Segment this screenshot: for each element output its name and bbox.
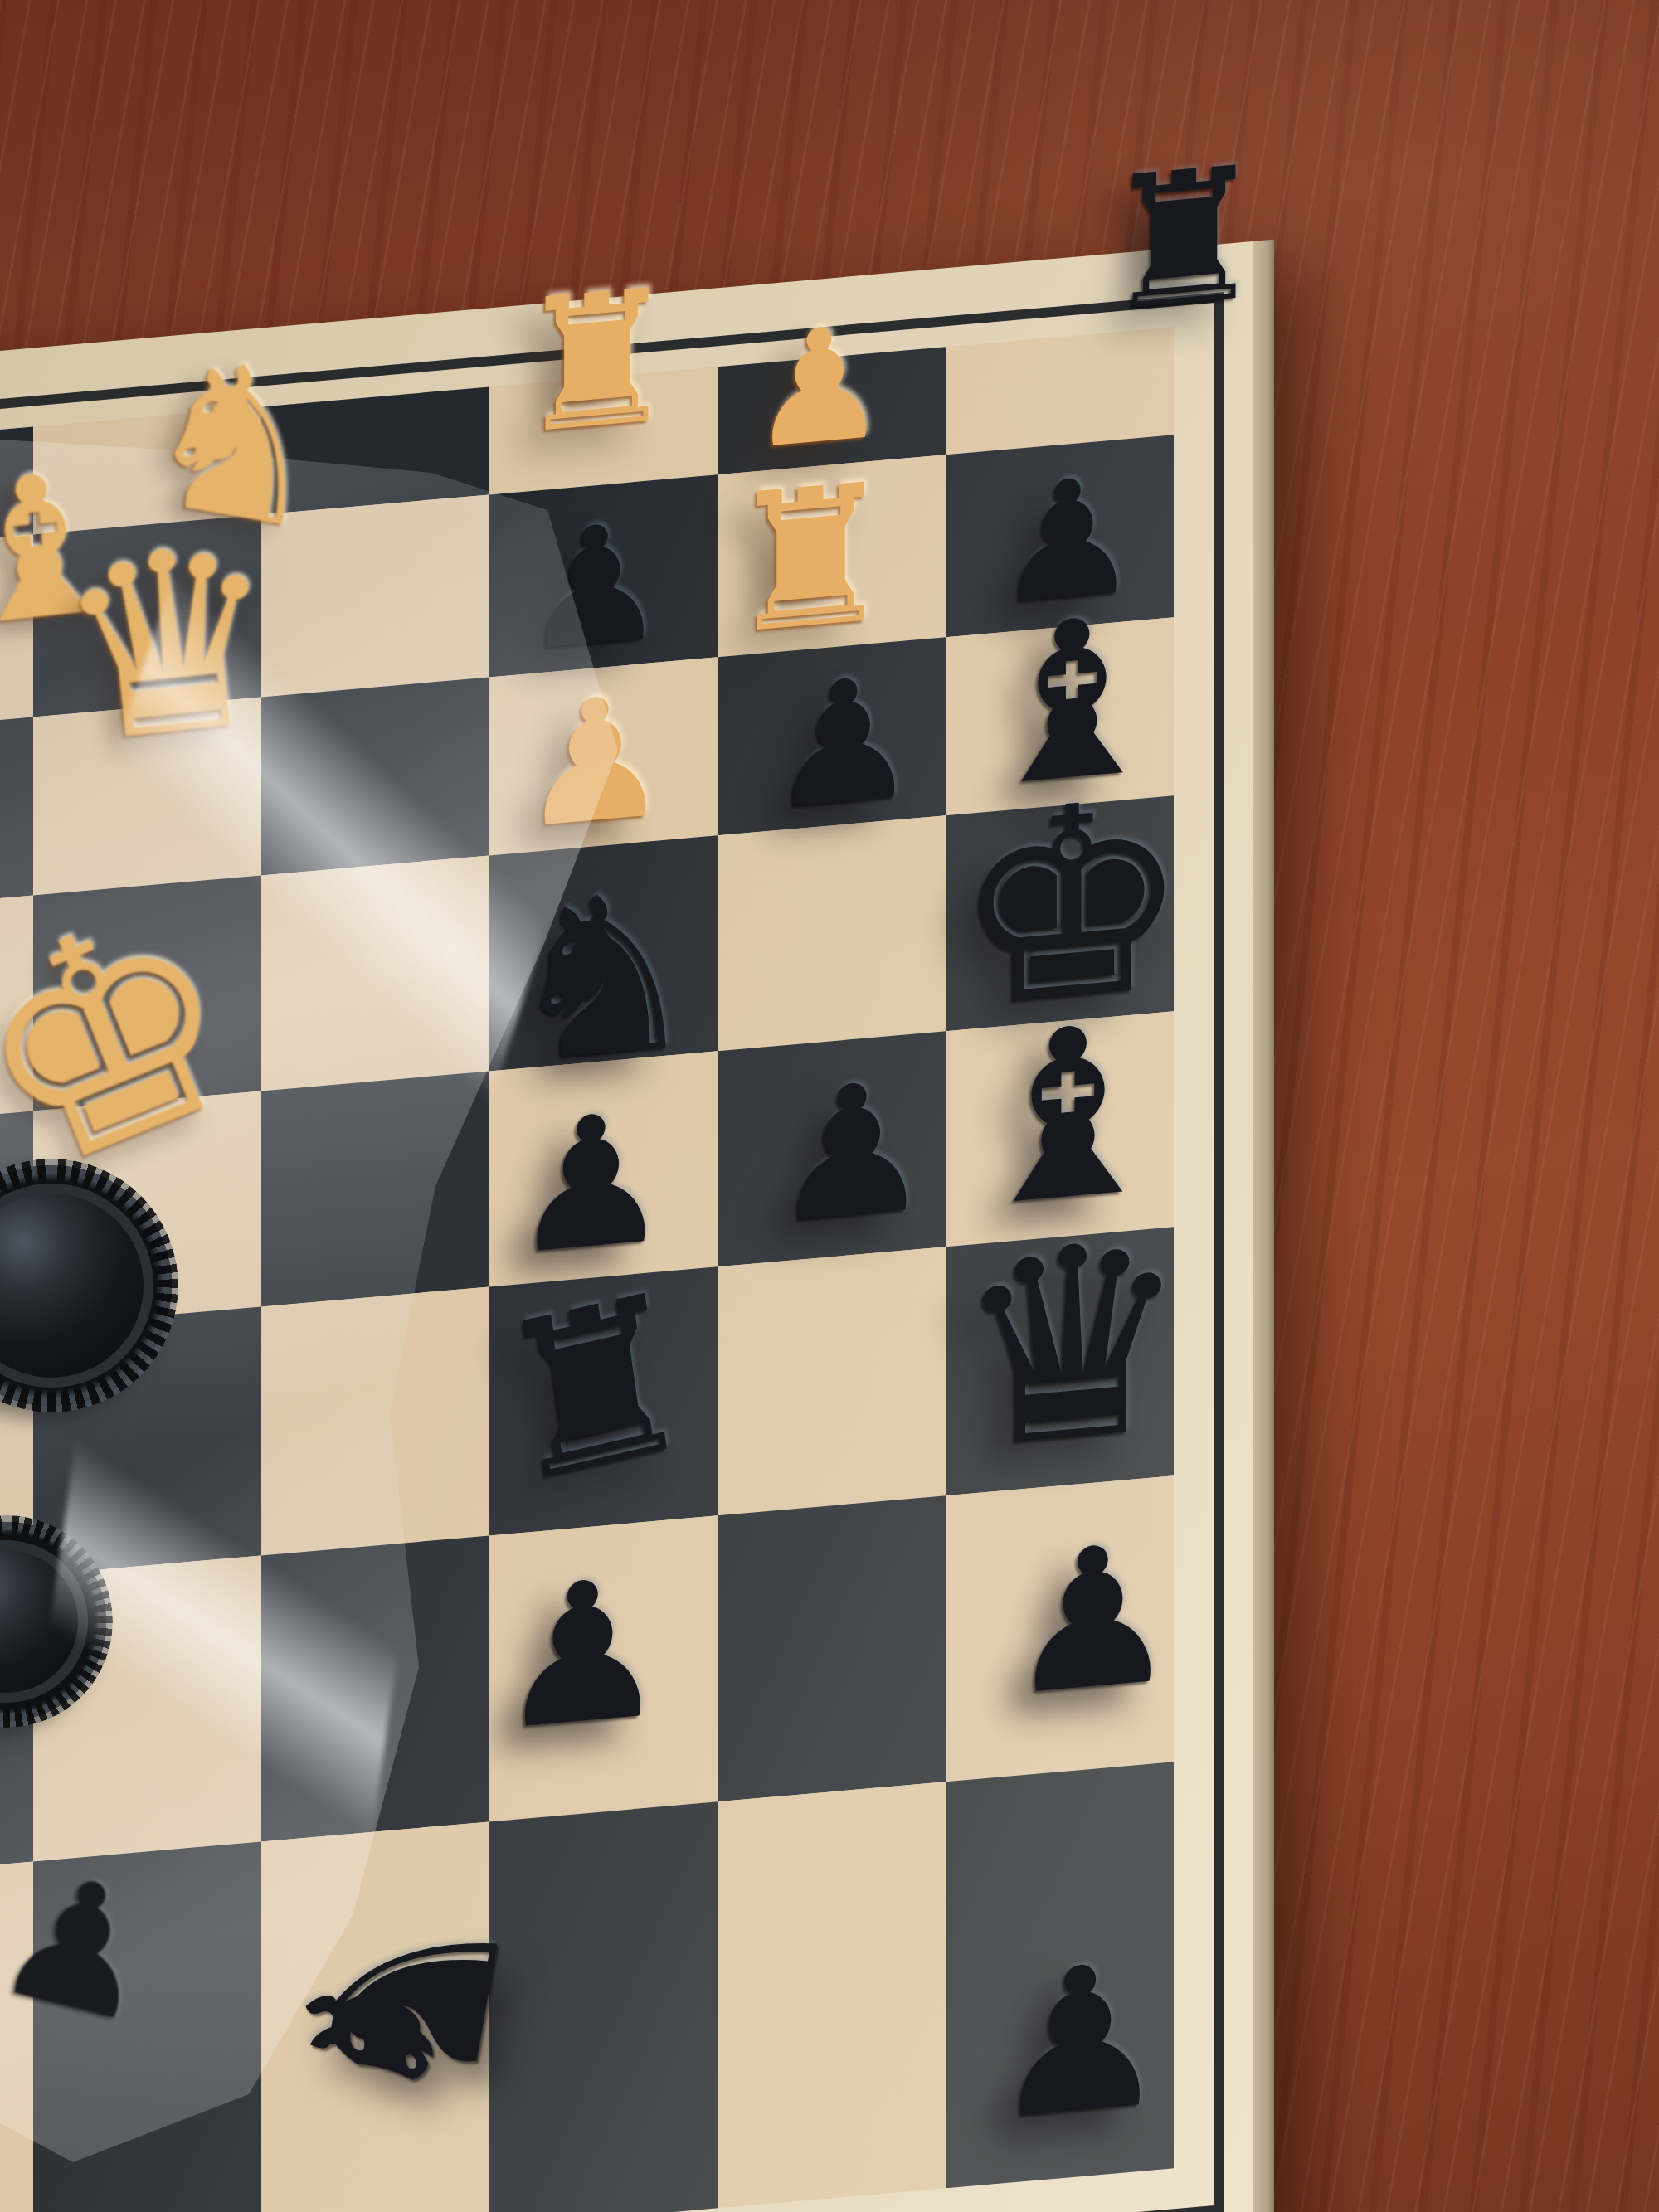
photo-stage: ♜♟♜♟♜♟♝♚♝♛♟♟♟♟♞♟♟♜♟♞ ♞♝♛♚♟ — [0, 0, 1659, 2212]
black-queen[interactable]: ♛ — [954, 1203, 1190, 1488]
black-pawn[interactable]: ♟ — [991, 1934, 1169, 2148]
black-rook[interactable]: ♜ — [1102, 141, 1266, 338]
black-pawn[interactable]: ♟ — [1007, 1516, 1180, 1723]
black-rook[interactable]: ♜ — [483, 1260, 707, 1517]
black-pawn[interactable]: ♟ — [769, 653, 920, 834]
white-rook[interactable]: ♜ — [726, 456, 896, 661]
black-pawn[interactable]: ♟ — [497, 1550, 669, 1757]
black-pawn[interactable]: ♟ — [771, 1056, 933, 1250]
white-rook[interactable]: ♜ — [515, 264, 679, 460]
